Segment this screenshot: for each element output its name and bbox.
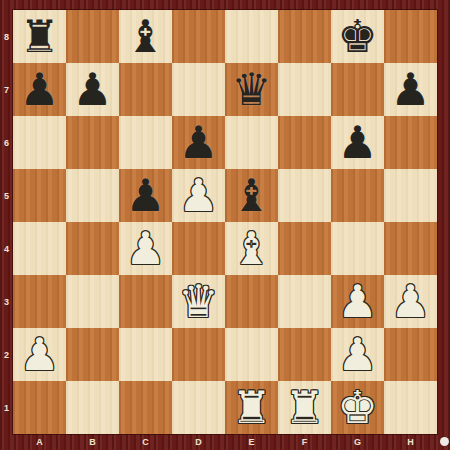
square-e1[interactable]: ♜: [225, 381, 278, 434]
square-b3[interactable]: [66, 275, 119, 328]
square-f4[interactable]: [278, 222, 331, 275]
chess-board-frame: ♜♝♚♟♟♛♟♟♟♟♟♝♟♝♛♟♟♟♟♜♜♚ 87654321ABCDEFGH: [0, 0, 450, 450]
square-g7[interactable]: [331, 63, 384, 116]
square-a3[interactable]: [13, 275, 66, 328]
square-c4[interactable]: ♟: [119, 222, 172, 275]
square-c1[interactable]: [119, 381, 172, 434]
black-pawn-g6[interactable]: ♟: [331, 116, 384, 169]
white-to-move-indicator: [440, 437, 449, 446]
square-a6[interactable]: [13, 116, 66, 169]
square-b6[interactable]: [66, 116, 119, 169]
file-label-b: B: [66, 434, 119, 450]
square-b1[interactable]: [66, 381, 119, 434]
square-e2[interactable]: [225, 328, 278, 381]
square-g2[interactable]: ♟: [331, 328, 384, 381]
square-f2[interactable]: [278, 328, 331, 381]
square-e8[interactable]: [225, 10, 278, 63]
square-d3[interactable]: ♛: [172, 275, 225, 328]
square-f5[interactable]: [278, 169, 331, 222]
square-c8[interactable]: ♝: [119, 10, 172, 63]
rank-label-1: 1: [0, 381, 13, 434]
square-a1[interactable]: [13, 381, 66, 434]
file-label-h: H: [384, 434, 437, 450]
white-king-g1[interactable]: ♚: [331, 381, 384, 434]
square-h8[interactable]: [384, 10, 437, 63]
black-pawn-d6[interactable]: ♟: [172, 116, 225, 169]
square-d4[interactable]: [172, 222, 225, 275]
white-pawn-h3[interactable]: ♟: [384, 275, 437, 328]
square-h2[interactable]: [384, 328, 437, 381]
square-d1[interactable]: [172, 381, 225, 434]
black-bishop-e5[interactable]: ♝: [225, 169, 278, 222]
square-d2[interactable]: [172, 328, 225, 381]
black-pawn-c5[interactable]: ♟: [119, 169, 172, 222]
square-e4[interactable]: ♝: [225, 222, 278, 275]
file-label-d: D: [172, 434, 225, 450]
square-d8[interactable]: [172, 10, 225, 63]
square-f3[interactable]: [278, 275, 331, 328]
square-h6[interactable]: [384, 116, 437, 169]
white-bishop-e4[interactable]: ♝: [225, 222, 278, 275]
black-queen-e7[interactable]: ♛: [225, 63, 278, 116]
chess-board: ♜♝♚♟♟♛♟♟♟♟♟♝♟♝♛♟♟♟♟♜♜♚: [13, 10, 437, 434]
square-d7[interactable]: [172, 63, 225, 116]
square-f8[interactable]: [278, 10, 331, 63]
black-bishop-c8[interactable]: ♝: [119, 10, 172, 63]
square-h5[interactable]: [384, 169, 437, 222]
square-a2[interactable]: ♟: [13, 328, 66, 381]
square-c6[interactable]: [119, 116, 172, 169]
file-label-a: A: [13, 434, 66, 450]
rank-label-8: 8: [0, 10, 13, 63]
rank-label-5: 5: [0, 169, 13, 222]
square-b8[interactable]: [66, 10, 119, 63]
square-a7[interactable]: ♟: [13, 63, 66, 116]
white-rook-f1[interactable]: ♜: [278, 381, 331, 434]
white-rook-e1[interactable]: ♜: [225, 381, 278, 434]
square-b5[interactable]: [66, 169, 119, 222]
square-g1[interactable]: ♚: [331, 381, 384, 434]
square-d6[interactable]: ♟: [172, 116, 225, 169]
white-pawn-g2[interactable]: ♟: [331, 328, 384, 381]
rank-label-3: 3: [0, 275, 13, 328]
square-g8[interactable]: ♚: [331, 10, 384, 63]
square-c2[interactable]: [119, 328, 172, 381]
square-e5[interactable]: ♝: [225, 169, 278, 222]
square-e7[interactable]: ♛: [225, 63, 278, 116]
white-queen-d3[interactable]: ♛: [172, 275, 225, 328]
square-e3[interactable]: [225, 275, 278, 328]
black-pawn-a7[interactable]: ♟: [13, 63, 66, 116]
square-c3[interactable]: [119, 275, 172, 328]
file-label-c: C: [119, 434, 172, 450]
black-pawn-h7[interactable]: ♟: [384, 63, 437, 116]
square-h7[interactable]: ♟: [384, 63, 437, 116]
black-king-g8[interactable]: ♚: [331, 10, 384, 63]
white-pawn-c4[interactable]: ♟: [119, 222, 172, 275]
square-e6[interactable]: [225, 116, 278, 169]
square-b4[interactable]: [66, 222, 119, 275]
rank-label-6: 6: [0, 116, 13, 169]
square-a4[interactable]: [13, 222, 66, 275]
square-c7[interactable]: [119, 63, 172, 116]
file-label-f: F: [278, 434, 331, 450]
file-label-g: G: [331, 434, 384, 450]
square-d5[interactable]: ♟: [172, 169, 225, 222]
square-h3[interactable]: ♟: [384, 275, 437, 328]
square-g6[interactable]: ♟: [331, 116, 384, 169]
square-f7[interactable]: [278, 63, 331, 116]
white-pawn-a2[interactable]: ♟: [13, 328, 66, 381]
rank-label-7: 7: [0, 63, 13, 116]
white-pawn-g3[interactable]: ♟: [331, 275, 384, 328]
square-b7[interactable]: ♟: [66, 63, 119, 116]
square-h1[interactable]: [384, 381, 437, 434]
square-a5[interactable]: [13, 169, 66, 222]
rank-label-4: 4: [0, 222, 13, 275]
black-rook-a8[interactable]: ♜: [13, 10, 66, 63]
black-pawn-b7[interactable]: ♟: [66, 63, 119, 116]
square-f6[interactable]: [278, 116, 331, 169]
square-c5[interactable]: ♟: [119, 169, 172, 222]
file-label-e: E: [225, 434, 278, 450]
square-g5[interactable]: [331, 169, 384, 222]
square-h4[interactable]: [384, 222, 437, 275]
square-g4[interactable]: [331, 222, 384, 275]
square-g3[interactable]: ♟: [331, 275, 384, 328]
white-pawn-d5[interactable]: ♟: [172, 169, 225, 222]
square-a8[interactable]: ♜: [13, 10, 66, 63]
rank-label-2: 2: [0, 328, 13, 381]
square-b2[interactable]: [66, 328, 119, 381]
square-f1[interactable]: ♜: [278, 381, 331, 434]
